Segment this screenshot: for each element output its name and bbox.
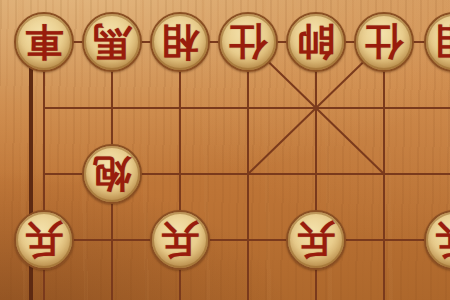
piece-glyph-soldier: 兵 xyxy=(25,221,63,259)
piece-red-advisor-left[interactable]: 仕 xyxy=(218,12,278,72)
piece-red-soldier-2[interactable]: 兵 xyxy=(150,210,210,270)
piece-glyph-soldier: 兵 xyxy=(161,221,199,259)
piece-red-cannon-left[interactable]: 炮 xyxy=(82,144,142,204)
piece-red-elephant-left[interactable]: 相 xyxy=(150,12,210,72)
piece-red-chariot-left[interactable]: 車 xyxy=(14,12,74,72)
piece-glyph-general: 帥 xyxy=(297,23,335,61)
piece-glyph-chariot: 車 xyxy=(25,23,63,61)
piece-red-soldier-3[interactable]: 兵 xyxy=(286,210,346,270)
piece-red-advisor-right[interactable]: 仕 xyxy=(354,12,414,72)
piece-glyph-soldier: 兵 xyxy=(435,221,450,259)
piece-glyph-advisor: 仕 xyxy=(365,23,403,61)
piece-red-elephant-right[interactable]: 相 xyxy=(424,12,450,72)
piece-red-horse-left[interactable]: 馬 xyxy=(82,12,142,72)
piece-red-soldier-4[interactable]: 兵 xyxy=(424,210,450,270)
piece-glyph-elephant: 相 xyxy=(435,23,450,61)
pieces-layer: 車馬相仕帥仕相炮兵兵兵兵 xyxy=(0,0,450,300)
piece-red-general[interactable]: 帥 xyxy=(286,12,346,72)
piece-glyph-elephant: 相 xyxy=(161,23,199,61)
piece-glyph-cannon: 炮 xyxy=(93,155,131,193)
piece-glyph-horse: 馬 xyxy=(93,23,131,61)
piece-glyph-soldier: 兵 xyxy=(297,221,335,259)
piece-red-soldier-1[interactable]: 兵 xyxy=(14,210,74,270)
piece-glyph-advisor: 仕 xyxy=(229,23,267,61)
xiangqi-board: 車馬相仕帥仕相炮兵兵兵兵 xyxy=(0,0,450,300)
